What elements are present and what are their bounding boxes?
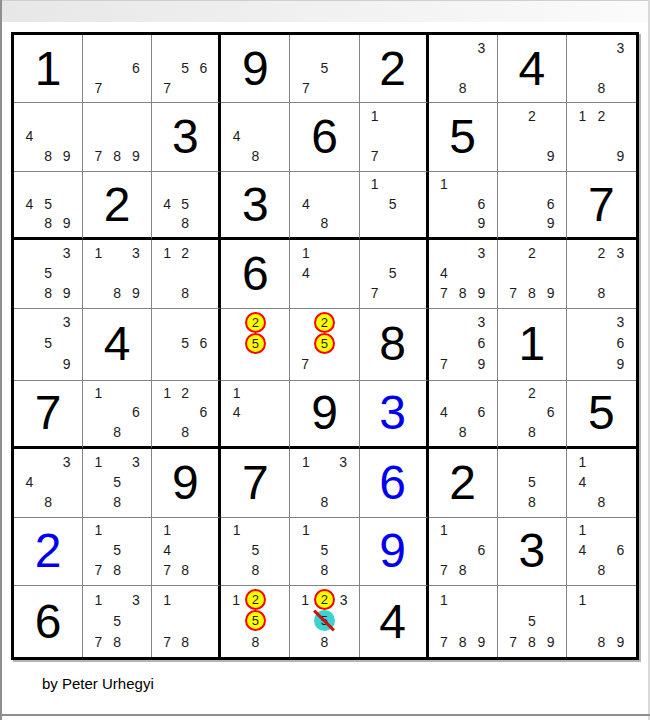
cell-r4c1[interactable]: 3589 xyxy=(14,240,83,308)
candidate-grid: 268 xyxy=(498,381,566,446)
candidate-slot-5: 5 xyxy=(314,333,335,354)
cell-r9c9[interactable]: 189 xyxy=(567,586,636,657)
cell-r8c2[interactable]: 1578 xyxy=(83,518,152,586)
cell-r5c7[interactable]: 3679 xyxy=(429,309,498,381)
given-digit: 9 xyxy=(290,381,358,446)
cell-r7c5[interactable]: 138 xyxy=(290,449,359,517)
candidate-slot-5 xyxy=(453,263,472,283)
candidate-slot-9 xyxy=(127,560,146,580)
candidate-slot-8: 8 xyxy=(176,283,194,303)
candidate-grid: 138 xyxy=(290,449,358,516)
candidate-8: 8 xyxy=(181,425,189,439)
candidate-8: 8 xyxy=(528,286,536,300)
candidate-slot-1 xyxy=(20,312,39,333)
cell-r8c1[interactable]: 2 xyxy=(14,518,83,586)
cell-r2c6[interactable]: 17 xyxy=(360,103,429,171)
candidate-2: 2 xyxy=(598,246,606,260)
candidate-slot-2: 2 xyxy=(592,106,611,126)
candidate-8: 8 xyxy=(113,495,121,509)
candidate-2: 2 xyxy=(181,246,189,260)
cell-r3c3[interactable]: 458 xyxy=(152,172,221,240)
candidate-slot-7 xyxy=(227,631,245,652)
cell-r6c4[interactable]: 14 xyxy=(221,381,290,449)
candidate-slot-4 xyxy=(20,333,39,354)
candidate-slot-3 xyxy=(402,243,420,263)
candidate-slot-1: 1 xyxy=(89,452,108,472)
candidate-2-highlighted: 2 xyxy=(245,589,266,610)
cell-r1c5[interactable]: 57 xyxy=(290,35,359,103)
candidate-grid: 1478 xyxy=(152,518,218,585)
cell-r4c9[interactable]: 238 xyxy=(567,240,636,308)
candidate-slot-2 xyxy=(176,175,194,194)
candidate-slot-5: 5 xyxy=(39,333,58,354)
candidate-grid: 1389 xyxy=(83,240,151,307)
candidate-slot-9 xyxy=(334,492,353,512)
candidate-slot-4: 4 xyxy=(227,126,246,146)
candidate-grid: 567 xyxy=(152,35,218,102)
candidate-slot-7 xyxy=(20,492,39,512)
candidate-slot-4 xyxy=(504,403,523,422)
candidate-4: 4 xyxy=(233,129,241,143)
candidate-slot-9: 9 xyxy=(541,631,560,652)
candidate-grid: 5789 xyxy=(498,586,566,657)
candidate-slot-1: 1 xyxy=(296,589,314,610)
candidate-3: 3 xyxy=(617,41,625,55)
cell-r4c8[interactable]: 2789 xyxy=(498,240,567,308)
cell-r8c4[interactable]: 158 xyxy=(221,518,290,586)
candidate-slot-5: 5 xyxy=(39,194,58,213)
cell-r5c5[interactable]: 257 xyxy=(290,309,359,381)
candidate-slot-3: 3 xyxy=(472,38,491,58)
candidate-slot-2: 2 xyxy=(592,243,611,263)
cell-r7c3[interactable]: 9 xyxy=(152,449,221,517)
cell-r7c6[interactable]: 6 xyxy=(360,449,429,517)
candidate-slot-6 xyxy=(127,263,146,283)
candidate-slot-8: 8 xyxy=(592,283,611,303)
candidate-slot-6 xyxy=(472,610,491,631)
candidate-slot-9: 9 xyxy=(541,146,560,166)
candidate-slot-5 xyxy=(522,263,541,283)
candidate-slot-6 xyxy=(611,58,630,78)
candidate-grid: 4589 xyxy=(14,172,82,237)
candidate-slot-5: 5 xyxy=(315,58,334,78)
candidate-slot-2 xyxy=(176,38,194,58)
cell-r4c6[interactable]: 57 xyxy=(360,240,429,308)
candidate-slot-8: 8 xyxy=(522,492,541,512)
candidate-slot-1 xyxy=(435,38,454,58)
given-digit: 9 xyxy=(152,449,218,516)
candidate-grid: 15 xyxy=(360,172,426,237)
cell-r6c2[interactable]: 168 xyxy=(83,381,152,449)
cell-r9c2[interactable]: 13578 xyxy=(83,586,152,657)
candidate-slot-1 xyxy=(435,312,454,333)
candidate-5: 5 xyxy=(389,197,397,211)
candidate-9: 9 xyxy=(617,635,625,649)
candidate-7: 7 xyxy=(163,563,171,577)
candidate-5: 5 xyxy=(44,336,52,350)
candidate-slot-8: 8 xyxy=(108,631,127,652)
candidate-slot-3 xyxy=(402,175,420,194)
candidate-8: 8 xyxy=(528,495,536,509)
candidate-slot-9 xyxy=(334,283,353,303)
cell-r3c4[interactable]: 3 xyxy=(221,172,290,240)
cell-r1c1[interactable]: 1 xyxy=(14,35,83,103)
candidate-grid: 48 xyxy=(221,103,289,170)
cell-r1c2[interactable]: 67 xyxy=(83,35,152,103)
cell-r6c1[interactable]: 7 xyxy=(14,381,83,449)
candidate-6: 6 xyxy=(617,336,625,350)
candidate-7: 7 xyxy=(95,81,103,95)
candidate-slot-4 xyxy=(89,540,108,560)
candidate-slot-8 xyxy=(522,213,541,232)
candidate-slot-3 xyxy=(194,312,212,333)
candidate-slot-7 xyxy=(158,422,176,441)
candidate-slot-4 xyxy=(89,403,108,422)
candidate-slot-8 xyxy=(453,213,472,232)
candidate-8: 8 xyxy=(598,563,606,577)
cell-r5c9[interactable]: 369 xyxy=(567,309,636,381)
candidate-slot-4 xyxy=(296,58,315,78)
candidate-grid: 178 xyxy=(152,586,218,657)
cell-r5c4[interactable]: 25 xyxy=(221,309,290,381)
candidate-9: 9 xyxy=(478,635,486,649)
candidate-slot-6 xyxy=(402,126,420,146)
candidate-slot-8: 8 xyxy=(522,422,541,441)
cell-r7c2[interactable]: 1358 xyxy=(83,449,152,517)
cell-r9c6[interactable]: 4 xyxy=(360,586,429,657)
cell-r3c2[interactable]: 2 xyxy=(83,172,152,240)
candidate-1: 1 xyxy=(578,593,586,607)
cell-r2c4[interactable]: 48 xyxy=(221,103,290,171)
cell-r2c8[interactable]: 29 xyxy=(498,103,567,171)
candidate-slot-3 xyxy=(541,384,560,403)
candidate-slot-5 xyxy=(108,263,127,283)
given-digit: 3 xyxy=(221,172,289,237)
candidate-grid: 489 xyxy=(14,103,82,170)
candidate-slot-8 xyxy=(384,146,402,166)
candidate-slot-8: 8 xyxy=(592,631,611,652)
candidate-slot-2 xyxy=(39,452,58,472)
candidate-slot-6: 6 xyxy=(541,194,560,213)
candidate-slot-7: 7 xyxy=(89,560,108,580)
candidate-slot-2: 2 xyxy=(245,312,266,333)
candidate-slot-2 xyxy=(453,589,472,610)
puzzle-author-credit: by Peter Urhegyi xyxy=(42,675,154,692)
candidate-7: 7 xyxy=(302,81,310,95)
cell-r3c8[interactable]: 69 xyxy=(498,172,567,240)
candidate-3: 3 xyxy=(478,41,486,55)
cell-r2c3[interactable]: 3 xyxy=(152,103,221,171)
candidate-slot-2 xyxy=(315,175,334,194)
cell-r9c3[interactable]: 178 xyxy=(152,586,221,657)
candidate-slot-9 xyxy=(334,78,353,98)
candidate-8: 8 xyxy=(113,563,121,577)
cell-r5c6[interactable]: 8 xyxy=(360,309,429,381)
candidate-slot-8: 8 xyxy=(108,283,127,303)
candidate-slot-5: 5 xyxy=(108,540,127,560)
candidate-slot-6: 6 xyxy=(611,333,630,354)
cell-r5c3[interactable]: 56 xyxy=(152,309,221,381)
candidate-slot-3 xyxy=(57,175,76,194)
candidate-slot-2 xyxy=(453,384,472,403)
candidate-slot-5: 5 xyxy=(108,610,127,631)
candidate-slot-2 xyxy=(592,521,611,541)
candidate-slot-3: 3 xyxy=(334,452,353,472)
candidate-slot-2 xyxy=(453,38,472,58)
candidate-slot-2 xyxy=(39,175,58,194)
candidate-2: 2 xyxy=(528,109,536,123)
candidate-slot-4 xyxy=(504,194,523,213)
candidate-grid: 58 xyxy=(498,449,566,516)
candidate-slot-6 xyxy=(127,126,146,146)
candidate-slot-2: 2 xyxy=(522,243,541,263)
cell-r7c1[interactable]: 348 xyxy=(14,449,83,517)
candidate-slot-4 xyxy=(89,610,108,631)
candidate-grid: 468 xyxy=(429,381,497,446)
solved-digit: 6 xyxy=(360,449,426,516)
candidate-2: 2 xyxy=(528,246,536,260)
candidate-slot-7 xyxy=(573,354,592,375)
candidate-slot-7 xyxy=(20,213,39,232)
candidate-5: 5 xyxy=(181,197,189,211)
candidate-slot-6 xyxy=(335,610,353,631)
cell-r6c3[interactable]: 1268 xyxy=(152,381,221,449)
cell-r2c5[interactable]: 6 xyxy=(290,103,359,171)
cell-r8c8[interactable]: 3 xyxy=(498,518,567,586)
cell-r1c3[interactable]: 567 xyxy=(152,35,221,103)
candidate-slot-9: 9 xyxy=(611,354,630,375)
cell-r6c9[interactable]: 5 xyxy=(567,381,636,449)
candidate-slot-8: 8 xyxy=(453,422,472,441)
cell-r9c1[interactable]: 6 xyxy=(14,586,83,657)
cell-r9c7[interactable]: 1789 xyxy=(429,586,498,657)
candidate-8: 8 xyxy=(251,635,259,649)
candidate-slot-4: 4 xyxy=(573,472,592,492)
cell-r5c2[interactable]: 4 xyxy=(83,309,152,381)
solved-digit: 3 xyxy=(360,381,426,446)
candidate-slot-4 xyxy=(296,333,314,354)
given-digit: 3 xyxy=(152,103,218,170)
candidate-slot-8 xyxy=(246,422,265,441)
candidate-slot-1 xyxy=(573,243,592,263)
cell-r8c5[interactable]: 158 xyxy=(290,518,359,586)
cell-r8c6[interactable]: 9 xyxy=(360,518,429,586)
candidate-slot-8: 8 xyxy=(39,213,58,232)
candidate-slot-8: 8 xyxy=(39,146,58,166)
candidate-slot-8: 8 xyxy=(246,146,265,166)
solved-digit: 2 xyxy=(14,518,82,585)
cell-r7c9[interactable]: 148 xyxy=(567,449,636,517)
candidate-slot-6 xyxy=(334,263,353,283)
candidate-slot-2 xyxy=(522,589,541,610)
cell-r3c5[interactable]: 48 xyxy=(290,172,359,240)
candidate-slot-2 xyxy=(592,589,611,610)
candidate-slot-6 xyxy=(194,540,212,560)
candidate-9: 9 xyxy=(478,216,486,230)
cell-r8c3[interactable]: 1478 xyxy=(152,518,221,586)
candidate-slot-8 xyxy=(522,146,541,166)
cell-r9c8[interactable]: 5789 xyxy=(498,586,567,657)
cell-r8c9[interactable]: 1468 xyxy=(567,518,636,586)
given-digit: 7 xyxy=(221,449,289,516)
candidate-slot-5 xyxy=(453,194,472,213)
candidate-4: 4 xyxy=(163,543,171,557)
candidate-slot-4: 4 xyxy=(20,126,39,146)
candidate-8: 8 xyxy=(528,635,536,649)
candidate-slot-1: 1 xyxy=(573,589,592,610)
candidate-slot-9: 9 xyxy=(57,354,76,375)
cell-r6c7[interactable]: 468 xyxy=(429,381,498,449)
candidate-slot-7 xyxy=(504,492,523,512)
candidate-1: 1 xyxy=(163,593,171,607)
candidate-slot-8 xyxy=(315,283,334,303)
cell-r2c9[interactable]: 129 xyxy=(567,103,636,171)
cell-r2c2[interactable]: 789 xyxy=(83,103,152,171)
candidate-slot-5 xyxy=(246,403,265,422)
cell-r7c7[interactable]: 2 xyxy=(429,449,498,517)
candidate-grid: 14 xyxy=(290,240,358,307)
candidate-slot-8: 8 xyxy=(176,560,194,580)
candidate-grid: 25 xyxy=(221,309,289,380)
candidate-slot-8 xyxy=(39,354,58,375)
cell-r1c6[interactable]: 2 xyxy=(360,35,429,103)
candidate-slot-6 xyxy=(402,263,420,283)
candidate-slot-1: 1 xyxy=(366,175,384,194)
candidate-1: 1 xyxy=(95,386,103,400)
candidate-3: 3 xyxy=(478,315,486,329)
cell-r3c1[interactable]: 4589 xyxy=(14,172,83,240)
candidate-3: 3 xyxy=(63,246,71,260)
cell-r7c8[interactable]: 58 xyxy=(498,449,567,517)
cell-r3c7[interactable]: 169 xyxy=(429,172,498,240)
candidate-8: 8 xyxy=(113,425,121,439)
candidate-slot-4: 4 xyxy=(296,194,315,213)
candidate-slot-1: 1 xyxy=(89,521,108,541)
cell-r3c6[interactable]: 15 xyxy=(360,172,429,240)
candidate-slot-2 xyxy=(522,175,541,194)
cell-r4c5[interactable]: 14 xyxy=(290,240,359,308)
candidate-slot-8: 8 xyxy=(522,631,541,652)
candidate-7: 7 xyxy=(95,149,103,163)
candidate-slot-3 xyxy=(402,106,420,126)
cell-r4c3[interactable]: 128 xyxy=(152,240,221,308)
window-left-edge xyxy=(0,0,2,720)
candidate-slot-5 xyxy=(453,333,472,354)
candidate-slot-4 xyxy=(573,610,592,631)
candidate-slot-1: 1 xyxy=(296,452,315,472)
cell-r7c4[interactable]: 7 xyxy=(221,449,290,517)
candidate-slot-8 xyxy=(245,354,266,375)
cell-r5c1[interactable]: 359 xyxy=(14,309,83,381)
candidate-slot-5 xyxy=(39,126,58,146)
candidate-slot-3 xyxy=(266,589,284,610)
candidate-slot-5 xyxy=(592,472,611,492)
cell-r4c2[interactable]: 1389 xyxy=(83,240,152,308)
candidate-1: 1 xyxy=(95,246,103,260)
candidate-slot-2 xyxy=(246,106,265,126)
candidate-slot-4 xyxy=(435,610,454,631)
cell-r6c5[interactable]: 9 xyxy=(290,381,359,449)
candidate-slot-4 xyxy=(504,126,523,146)
candidate-slot-7: 7 xyxy=(504,283,523,303)
candidate-slot-3 xyxy=(127,521,146,541)
candidate-slot-6 xyxy=(611,263,630,283)
candidate-8: 8 xyxy=(598,635,606,649)
candidate-slot-5: 5 xyxy=(176,58,194,78)
candidate-slot-4 xyxy=(158,610,176,631)
candidate-3: 3 xyxy=(617,246,625,260)
cell-r2c7[interactable]: 5 xyxy=(429,103,498,171)
candidate-grid: 1789 xyxy=(429,586,497,657)
candidate-slot-2 xyxy=(384,106,402,126)
cell-r1c4[interactable]: 9 xyxy=(221,35,290,103)
candidate-slot-2 xyxy=(592,38,611,58)
candidate-slot-8 xyxy=(592,146,611,166)
candidate-8: 8 xyxy=(44,286,52,300)
candidate-slot-7: 7 xyxy=(296,78,315,98)
given-digit: 6 xyxy=(221,240,289,307)
candidate-7: 7 xyxy=(440,286,448,300)
cell-r1c9[interactable]: 38 xyxy=(567,35,636,103)
candidate-slot-9 xyxy=(194,560,212,580)
candidate-slot-6 xyxy=(541,472,560,492)
candidate-slot-6 xyxy=(472,263,491,283)
candidate-slot-6 xyxy=(194,263,212,283)
solved-digit: 9 xyxy=(360,518,426,585)
cell-r6c8[interactable]: 268 xyxy=(498,381,567,449)
candidate-9: 9 xyxy=(478,286,486,300)
candidate-slot-9 xyxy=(611,283,630,303)
candidate-slot-5 xyxy=(592,333,611,354)
candidate-slot-4: 4 xyxy=(435,263,454,283)
candidate-1: 1 xyxy=(233,386,241,400)
candidate-slot-7: 7 xyxy=(504,631,523,652)
cell-r9c5[interactable]: 12358 xyxy=(290,586,359,657)
candidate-grid: 128 xyxy=(152,240,218,307)
candidate-slot-2 xyxy=(39,106,58,126)
candidate-slot-2 xyxy=(108,452,127,472)
candidate-1: 1 xyxy=(440,523,448,537)
cell-r6c6[interactable]: 3 xyxy=(360,381,429,449)
candidate-slot-4: 4 xyxy=(20,194,39,213)
candidate-slot-3: 3 xyxy=(335,589,353,610)
cell-r3c9[interactable]: 7 xyxy=(567,172,636,240)
candidate-slot-9: 9 xyxy=(472,631,491,652)
candidate-slot-5 xyxy=(315,194,334,213)
candidate-slot-1: 1 xyxy=(296,243,315,263)
candidate-slot-1 xyxy=(89,106,108,126)
candidate-slot-3 xyxy=(611,106,630,126)
candidate-slot-7 xyxy=(296,560,315,580)
candidate-8: 8 xyxy=(251,563,259,577)
cell-r9c4[interactable]: 1258 xyxy=(221,586,290,657)
candidate-slot-1: 1 xyxy=(573,521,592,541)
candidate-4: 4 xyxy=(163,197,171,211)
cell-r1c7[interactable]: 38 xyxy=(429,35,498,103)
candidate-slot-7 xyxy=(89,492,108,512)
cell-r4c7[interactable]: 34789 xyxy=(429,240,498,308)
cell-r1c8[interactable]: 4 xyxy=(498,35,567,103)
given-digit: 5 xyxy=(429,103,497,170)
candidate-slot-7 xyxy=(573,78,592,98)
cell-r2c1[interactable]: 489 xyxy=(14,103,83,171)
candidate-slot-6: 6 xyxy=(194,58,212,78)
candidate-9: 9 xyxy=(132,286,140,300)
cell-r4c4[interactable]: 6 xyxy=(221,240,290,308)
candidate-slot-5 xyxy=(592,540,611,560)
cell-r5c8[interactable]: 1 xyxy=(498,309,567,381)
cell-r8c7[interactable]: 1678 xyxy=(429,518,498,586)
